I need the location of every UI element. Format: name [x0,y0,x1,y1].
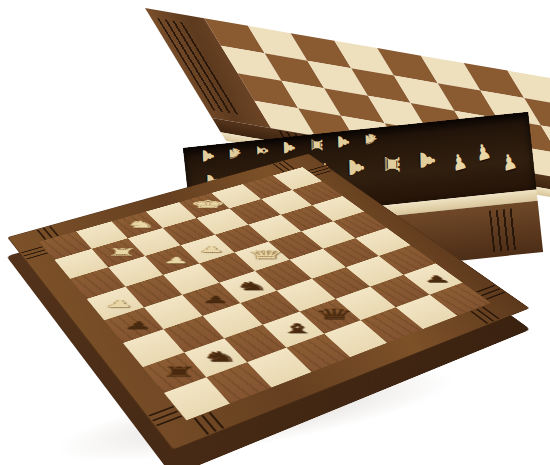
stored-piece-p: ♟ [281,139,296,156]
stored-piece-p: ♟ [335,133,350,150]
stored-piece-p: ♟ [417,149,437,172]
stored-piece-p: ♟ [200,148,215,165]
standing-pawn: ♟ [450,150,469,175]
piece-wN-c8: ♞ [118,215,163,229]
corner-grooves [489,208,519,252]
piece-wK-e8: ♚ [186,196,228,209]
standing-pawn: ♟ [500,150,519,175]
stored-piece-r: ♜ [308,136,323,153]
stored-piece-r: ♜ [382,153,402,176]
piece-wQ-e5: ♛ [243,246,288,262]
stored-piece-p: ♟ [346,156,366,179]
stored-piece-n: ♞ [227,145,242,162]
piece-wR-b7: ♜ [98,242,146,257]
stored-piece-n: ♞ [362,131,377,148]
product-photo-chess-set: ♟♞♝♟♜♟♞ ♟♞♝♛♟♜♟ ♟ ♟ ♟ ♞♚♜♟♟♟♛♟♟♞♜♞♝♛♟ [0,0,550,465]
piece-wP-c6: ♟ [153,249,200,265]
standing-pawn: ♟ [474,140,493,165]
stored-piece-b: ♝ [254,142,269,159]
